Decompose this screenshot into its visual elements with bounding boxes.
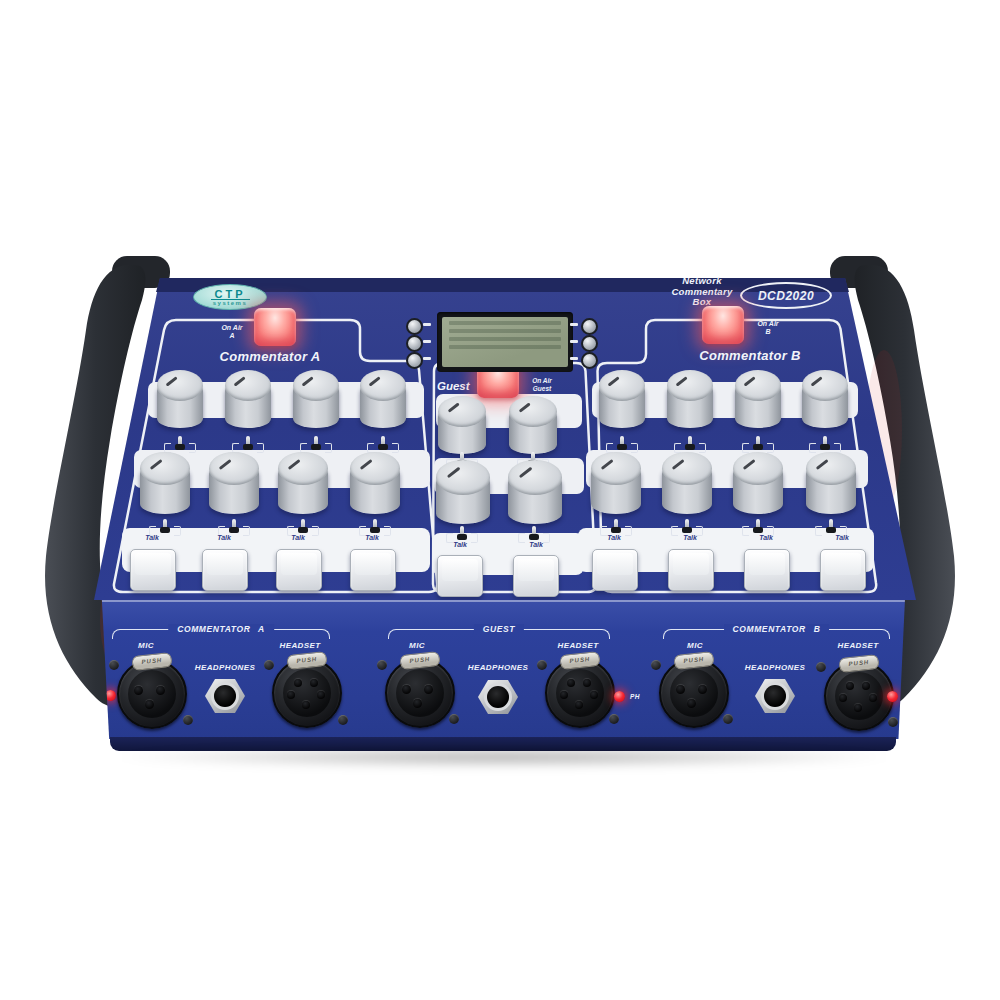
talk-label: Talk bbox=[278, 534, 318, 541]
select-switch[interactable] bbox=[298, 436, 334, 453]
screw bbox=[816, 662, 826, 672]
select-switch[interactable] bbox=[604, 436, 640, 453]
level-knob-b[interactable] bbox=[806, 452, 856, 514]
on-air-label-guest: On AirGuest bbox=[521, 377, 563, 393]
select-switch[interactable] bbox=[230, 436, 266, 453]
ph-led-guest bbox=[614, 691, 625, 702]
push-tab: PUSH bbox=[559, 651, 600, 670]
menu-button[interactable] bbox=[581, 335, 598, 352]
talk-label: Talk bbox=[440, 541, 480, 548]
menu-button[interactable] bbox=[581, 352, 598, 369]
on-air-label-b: On AirB bbox=[750, 320, 786, 337]
level-knob-a[interactable] bbox=[157, 370, 203, 428]
group-name-a: COMMENTATOR A bbox=[168, 624, 274, 634]
screw bbox=[723, 714, 733, 724]
push-tab: PUSH bbox=[399, 651, 440, 670]
select-switch[interactable] bbox=[162, 436, 198, 453]
headphones-label-a: HEADPHONES bbox=[192, 664, 258, 672]
talk-button-a[interactable] bbox=[202, 549, 248, 591]
level-knob-guest[interactable] bbox=[438, 396, 486, 454]
group-bracket-guest: GUEST bbox=[388, 629, 610, 639]
group-bracket-a: COMMENTATOR A bbox=[112, 629, 330, 639]
ph-label-b: PH bbox=[903, 693, 913, 700]
level-knob-b[interactable] bbox=[599, 370, 645, 428]
commentary-unit-photo: CTP systems Network Commentary Box DCD20… bbox=[0, 0, 1000, 1000]
on-air-label-a: On AirA bbox=[214, 324, 250, 341]
talk-button-a[interactable] bbox=[276, 549, 322, 591]
mic-label-guest: MIC bbox=[389, 642, 445, 650]
group-name-guest: GUEST bbox=[474, 624, 524, 634]
headphone-jack-guest bbox=[478, 680, 518, 714]
xlr-headset-b: PUSH bbox=[824, 661, 894, 731]
headphones-label-guest: HEADPHONES bbox=[465, 664, 531, 672]
mic-label-b: MIC bbox=[667, 642, 723, 650]
headset-label-guest: HEADSET bbox=[550, 642, 606, 650]
screw bbox=[109, 660, 119, 670]
headphones-label-b: HEADPHONES bbox=[742, 664, 808, 672]
ph-label-a: PH bbox=[97, 692, 107, 699]
screw bbox=[609, 714, 619, 724]
select-switch[interactable] bbox=[672, 436, 708, 453]
screw bbox=[449, 714, 459, 724]
menu-button[interactable] bbox=[581, 318, 598, 335]
talk-button-b[interactable] bbox=[744, 549, 790, 591]
xlr-mic-a: PUSH bbox=[117, 659, 187, 729]
ph-led-b bbox=[887, 691, 898, 702]
level-knob-b[interactable] bbox=[733, 452, 783, 514]
level-knob-a[interactable] bbox=[293, 370, 339, 428]
on-air-button-a[interactable] bbox=[254, 308, 296, 346]
headset-label-a: HEADSET bbox=[272, 642, 328, 650]
select-switch[interactable] bbox=[365, 436, 401, 453]
ph-label-guest: PH bbox=[630, 693, 640, 700]
menu-tick bbox=[423, 340, 431, 343]
level-knob-b[interactable] bbox=[735, 370, 781, 428]
level-knob-b[interactable] bbox=[662, 452, 712, 514]
section-title-b: Commentator B bbox=[670, 348, 830, 363]
talk-label: Talk bbox=[670, 534, 710, 541]
talk-button-b[interactable] bbox=[592, 549, 638, 591]
menu-button[interactable] bbox=[406, 352, 423, 369]
headphone-jack-b bbox=[755, 679, 795, 713]
ph-led-a bbox=[105, 690, 116, 701]
talk-button-a[interactable] bbox=[130, 549, 176, 591]
talk-label: Talk bbox=[132, 534, 172, 541]
xlr-headset-a: PUSH bbox=[272, 658, 342, 728]
push-tab: PUSH bbox=[131, 652, 172, 671]
talk-label: Talk bbox=[746, 534, 786, 541]
talk-label: Talk bbox=[822, 534, 862, 541]
section-title-guest: Guest bbox=[437, 380, 470, 392]
model-badge: DCD2020 bbox=[740, 282, 832, 309]
level-knob-guest[interactable] bbox=[509, 396, 557, 454]
xlr-mic-b: PUSH bbox=[659, 658, 729, 728]
menu-tick bbox=[570, 323, 578, 326]
menu-button[interactable] bbox=[406, 318, 423, 335]
talk-label: Talk bbox=[594, 534, 634, 541]
screw bbox=[183, 715, 193, 725]
screw bbox=[651, 660, 661, 670]
screw bbox=[377, 660, 387, 670]
level-knob-b[interactable] bbox=[591, 452, 641, 514]
logo-brand: CTP bbox=[211, 289, 250, 300]
level-knob-a[interactable] bbox=[225, 370, 271, 428]
push-tab: PUSH bbox=[673, 651, 714, 670]
talk-button-guest[interactable] bbox=[437, 555, 483, 597]
level-knob-guest[interactable] bbox=[508, 460, 562, 524]
menu-tick bbox=[423, 323, 431, 326]
talk-label: Talk bbox=[352, 534, 392, 541]
talk-button-a[interactable] bbox=[350, 549, 396, 591]
menu-button[interactable] bbox=[406, 335, 423, 352]
menu-tick bbox=[570, 357, 578, 360]
talk-label: Talk bbox=[516, 541, 556, 548]
level-knob-b[interactable] bbox=[802, 370, 848, 428]
xlr-headset-guest: PUSH bbox=[545, 658, 615, 728]
level-knob-a[interactable] bbox=[278, 452, 328, 514]
menu-tick bbox=[570, 340, 578, 343]
lcd-display bbox=[437, 312, 573, 372]
xlr-mic-guest: PUSH bbox=[385, 658, 455, 728]
talk-button-guest[interactable] bbox=[513, 555, 559, 597]
push-tab: PUSH bbox=[838, 654, 879, 673]
product-title: Network Commentary Box bbox=[652, 276, 752, 308]
mic-label-a: MIC bbox=[118, 642, 174, 650]
on-air-button-b[interactable] bbox=[702, 306, 744, 344]
screw bbox=[537, 660, 547, 670]
level-knob-a[interactable] bbox=[360, 370, 406, 428]
level-knob-guest[interactable] bbox=[436, 460, 490, 524]
screw bbox=[888, 717, 898, 727]
logo-sub: systems bbox=[213, 300, 248, 306]
level-knob-a[interactable] bbox=[350, 452, 400, 514]
talk-button-b[interactable] bbox=[668, 549, 714, 591]
screw bbox=[338, 715, 348, 725]
level-knob-a[interactable] bbox=[209, 452, 259, 514]
group-bracket-b: COMMENTATOR B bbox=[663, 629, 890, 639]
section-title-a: Commentator A bbox=[190, 349, 350, 364]
select-switch[interactable] bbox=[740, 436, 776, 453]
level-knob-b[interactable] bbox=[667, 370, 713, 428]
talk-label: Talk bbox=[204, 534, 244, 541]
talk-button-b[interactable] bbox=[820, 549, 866, 591]
lcd-screen bbox=[442, 317, 568, 367]
headphone-jack-a bbox=[205, 679, 245, 713]
menu-tick bbox=[423, 357, 431, 360]
ctp-logo: CTP systems bbox=[193, 284, 267, 310]
front-panel: COMMENTATOR A MIC HEADPHONES HEADSET PH … bbox=[97, 600, 909, 739]
screw bbox=[264, 660, 274, 670]
level-knob-a[interactable] bbox=[140, 452, 190, 514]
push-tab: PUSH bbox=[286, 651, 327, 670]
group-name-b: COMMENTATOR B bbox=[724, 624, 830, 634]
select-switch[interactable] bbox=[807, 436, 843, 453]
headset-label-b: HEADSET bbox=[830, 642, 886, 650]
drop-shadow bbox=[118, 746, 890, 768]
